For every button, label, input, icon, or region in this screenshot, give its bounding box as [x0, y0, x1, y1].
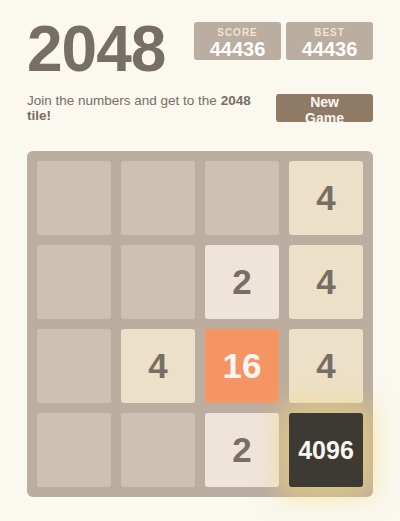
best-box: BEST 44436: [286, 22, 373, 60]
above-game-row: Join the numbers and get to the 2048 til…: [27, 93, 373, 122]
empty-cell: [121, 245, 195, 319]
game-board[interactable]: 424416424096: [27, 151, 373, 497]
empty-cell: [205, 161, 279, 235]
empty-cell: [121, 413, 195, 487]
header: 2048 SCORE 44436 BEST 44436: [27, 0, 373, 82]
game-title: 2048: [27, 0, 165, 82]
empty-cell: [37, 329, 111, 403]
tile-4: 4: [289, 329, 363, 403]
intro-text-normal: Join the numbers and get to the: [27, 93, 217, 108]
empty-cell: [37, 413, 111, 487]
empty-cell: [37, 161, 111, 235]
tile-4: 4: [289, 161, 363, 235]
score-label: SCORE: [194, 22, 281, 38]
tile-4096: 4096: [289, 413, 363, 487]
intro-text: Join the numbers and get to the 2048 til…: [27, 93, 276, 123]
best-value: 44436: [286, 38, 373, 60]
best-label: BEST: [286, 22, 373, 38]
empty-cell: [37, 245, 111, 319]
tile-4: 4: [289, 245, 363, 319]
tile-16: 16: [205, 329, 279, 403]
tile-2: 2: [205, 245, 279, 319]
scores: SCORE 44436 BEST 44436: [194, 0, 373, 60]
score-value: 44436: [194, 38, 281, 60]
tile-4: 4: [121, 329, 195, 403]
game-container: 2048 SCORE 44436 BEST 44436 Join the num…: [27, 0, 373, 497]
tile-2: 2: [205, 413, 279, 487]
new-game-button[interactable]: New Game: [276, 94, 373, 122]
score-box: SCORE 44436: [194, 22, 281, 60]
empty-cell: [121, 161, 195, 235]
